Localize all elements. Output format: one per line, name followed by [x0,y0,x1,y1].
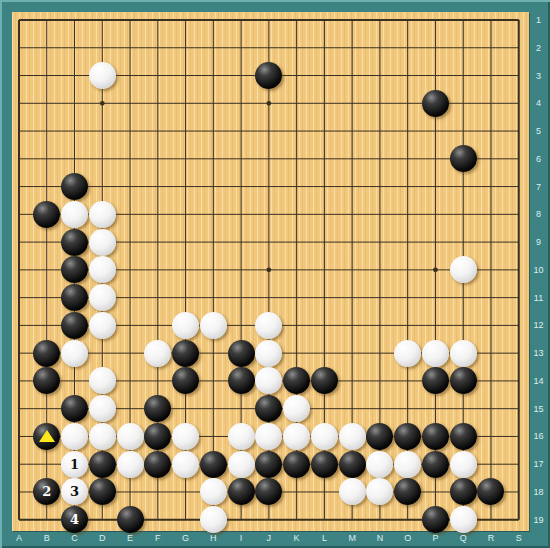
row-label: 2 [536,43,541,52]
column-label: C [71,534,78,543]
row-label: 4 [536,99,541,108]
black-stone[interactable] [450,423,477,450]
black-stone[interactable] [422,423,449,450]
column-label: S [516,534,522,543]
white-stone[interactable] [61,340,88,367]
white-stone[interactable] [339,423,366,450]
column-label: P [432,534,438,543]
white-stone[interactable] [89,367,116,394]
white-stone[interactable] [117,451,144,478]
row-label: 19 [533,515,543,524]
white-stone[interactable] [89,395,116,422]
star-point [100,101,105,106]
white-stone[interactable] [89,256,116,283]
black-stone[interactable] [61,395,88,422]
white-stone[interactable] [144,340,171,367]
white-stone[interactable] [339,478,366,505]
go-diagram-app: { "game": "go", "board": { "size": 19, "… [0,0,550,548]
star-point [266,267,271,272]
black-stone[interactable] [33,201,60,228]
white-stone[interactable] [450,451,477,478]
white-stone[interactable] [172,451,199,478]
move-number-label: 1 [70,458,79,471]
row-label: 9 [536,238,541,247]
column-label: A [16,534,22,543]
white-stone[interactable] [450,340,477,367]
column-label: O [404,534,411,543]
black-stone[interactable] [255,451,282,478]
triangle-marker [39,430,55,442]
row-label: 17 [533,460,543,469]
white-stone[interactable] [394,340,421,367]
black-stone[interactable] [450,367,477,394]
white-stone[interactable] [89,62,116,89]
black-stone[interactable] [228,367,255,394]
white-stone[interactable] [89,423,116,450]
column-label: D [99,534,106,543]
black-stone[interactable] [311,451,338,478]
column-label: E [127,534,133,543]
white-stone[interactable] [89,284,116,311]
move-number-label: 2 [42,485,51,498]
white-stone[interactable] [89,201,116,228]
black-stone[interactable] [61,173,88,200]
black-stone[interactable] [33,340,60,367]
white-stone[interactable] [172,423,199,450]
black-stone[interactable] [61,312,88,339]
white-stone[interactable] [450,256,477,283]
white-stone[interactable] [311,423,338,450]
black-stone[interactable] [117,506,144,533]
column-label: N [377,534,384,543]
white-stone[interactable]: 1 [61,451,88,478]
black-stone[interactable] [144,451,171,478]
row-label: 11 [534,293,543,302]
white-stone[interactable] [255,340,282,367]
column-label: I [240,534,243,543]
white-stone[interactable] [172,312,199,339]
black-stone[interactable] [33,423,60,450]
black-stone[interactable] [61,229,88,256]
white-stone[interactable] [200,506,227,533]
black-stone[interactable] [422,90,449,117]
row-label: 16 [533,432,543,441]
column-label: M [348,534,356,543]
white-stone[interactable] [450,506,477,533]
black-stone[interactable] [200,451,227,478]
black-stone[interactable] [283,451,310,478]
column-label: H [210,534,217,543]
star-point [266,101,271,106]
row-label: 15 [533,404,543,413]
board-frame: 1234 ABCDEFGHIJKLMNOPQRS 123456789101112… [0,0,550,548]
black-stone[interactable] [339,451,366,478]
black-stone[interactable] [61,284,88,311]
go-board[interactable]: 1234 [12,12,529,531]
black-stone[interactable] [422,451,449,478]
row-label: 5 [536,127,541,136]
black-stone[interactable] [172,340,199,367]
white-stone[interactable] [366,451,393,478]
column-label: R [488,534,495,543]
black-stone[interactable] [394,423,421,450]
white-stone[interactable] [228,451,255,478]
move-number-label: 3 [70,485,79,498]
column-label: L [322,534,327,543]
star-point [433,267,438,272]
white-stone[interactable] [117,423,144,450]
white-stone[interactable] [89,312,116,339]
column-label: F [155,534,161,543]
row-label: 13 [533,349,543,358]
black-stone[interactable] [450,478,477,505]
move-number-label: 4 [70,513,79,526]
row-label: 18 [533,487,543,496]
column-label: G [182,534,189,543]
column-label: Q [460,534,467,543]
black-stone[interactable] [89,451,116,478]
row-label: 6 [536,154,541,163]
black-stone[interactable] [228,478,255,505]
row-label: 1 [536,16,541,25]
black-stone[interactable] [422,506,449,533]
white-stone[interactable] [200,312,227,339]
row-label: 7 [536,182,541,191]
white-stone[interactable] [422,340,449,367]
white-stone[interactable] [228,423,255,450]
column-label: K [294,534,300,543]
row-label: 3 [536,71,541,80]
white-stone[interactable] [394,451,421,478]
row-label: 12 [533,321,543,330]
black-stone[interactable] [450,145,477,172]
white-stone[interactable] [61,423,88,450]
column-label: B [44,534,50,543]
row-label: 10 [533,265,543,274]
white-stone[interactable] [89,229,116,256]
black-stone[interactable] [228,340,255,367]
white-stone[interactable] [283,423,310,450]
column-label: J [267,534,272,543]
row-label: 8 [536,210,541,219]
row-label: 14 [533,376,543,385]
white-stone[interactable] [61,201,88,228]
